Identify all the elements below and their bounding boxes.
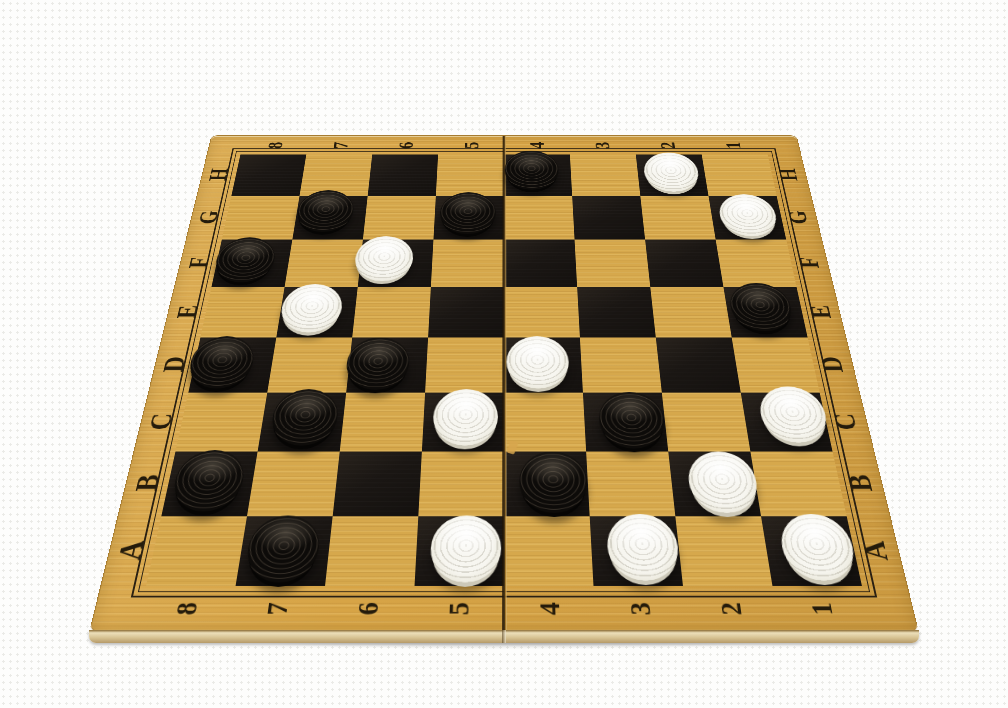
square-g7[interactable] [292,196,367,240]
piece-black-g7[interactable] [294,190,355,232]
file-label-text: C [830,413,863,430]
rank-label-text: 6 [353,602,383,615]
piece-white-a5[interactable] [429,516,501,583]
rank-label-top-8: 8 [240,136,309,155]
square-a5[interactable] [415,516,504,586]
piece-black-d6[interactable] [344,337,411,389]
square-h6[interactable] [368,154,438,195]
square-e8[interactable] [200,287,284,338]
square-e2[interactable] [650,287,731,338]
square-b7[interactable] [247,452,340,516]
square-c7[interactable] [258,392,347,451]
square-a1[interactable] [761,516,862,586]
square-c1[interactable] [741,392,833,451]
file-label-text: F [185,257,213,268]
file-label-text: D [159,357,190,373]
piece-black-c3[interactable] [597,392,667,449]
square-d4[interactable] [504,337,583,392]
fold-seam [502,136,507,631]
square-a8[interactable] [146,516,247,586]
file-label-text: F [795,257,823,268]
rank-label-bottom-3: 3 [593,586,687,631]
square-f8[interactable] [211,240,292,287]
rank-label-bottom-7: 7 [228,586,325,631]
file-label-text: C [145,413,178,430]
square-f5[interactable] [431,240,504,287]
square-f6[interactable] [358,240,434,287]
square-b5[interactable] [418,452,504,516]
square-g2[interactable] [640,196,715,240]
square-e4[interactable] [504,287,580,338]
board-position-wrapper: 87654321 87654321 HGFEDCBA HGFEDCBA [89,0,919,632]
square-c2[interactable] [662,392,751,451]
piece-white-a1[interactable] [776,514,859,581]
piece-white-c5[interactable] [432,389,498,445]
rank-label-text: 5 [461,142,482,149]
piece-white-b2[interactable] [685,451,761,513]
board-side-edge [89,630,919,643]
rank-label-top-1: 1 [699,136,768,155]
square-b3[interactable] [586,452,675,516]
square-c5[interactable] [422,392,504,451]
square-g5[interactable] [433,196,504,240]
rank-label-bottom-4: 4 [504,586,596,631]
rank-label-top-6: 6 [372,136,439,155]
square-f7[interactable] [285,240,363,287]
file-label-text: G [785,210,813,224]
square-d3[interactable] [580,337,662,392]
piece-white-a3[interactable] [605,514,681,581]
piece-white-h2[interactable] [642,152,701,191]
rank-label-text: 3 [625,602,655,615]
square-h2[interactable] [636,154,709,195]
file-label-text: A [858,540,894,560]
rank-label-text: 8 [264,142,286,149]
piece-black-a7[interactable] [243,516,323,583]
piece-black-f8[interactable] [212,237,279,282]
piece-white-f6[interactable] [353,236,415,281]
square-d6[interactable] [346,337,428,392]
square-a4[interactable] [504,516,593,586]
rank-label-text: 7 [330,142,352,149]
square-e6[interactable] [352,287,431,338]
rank-label-text: 5 [444,602,473,615]
square-h5[interactable] [436,154,504,195]
square-e1[interactable] [723,287,807,338]
photo-background: 87654321 87654321 HGFEDCBA HGFEDCBA [0,0,1008,708]
square-b8[interactable] [161,452,257,516]
square-c6[interactable] [340,392,425,451]
piece-black-g5[interactable] [439,192,496,234]
rank-label-text: 6 [395,142,416,149]
square-a2[interactable] [675,516,772,586]
square-h7[interactable] [300,154,373,195]
rank-label-top-7: 7 [306,136,374,155]
square-g6[interactable] [363,196,436,240]
square-a6[interactable] [325,516,418,586]
square-e3[interactable] [577,287,656,338]
square-h4[interactable] [504,154,572,195]
square-d8[interactable] [188,337,276,392]
rank-label-top-3: 3 [569,136,636,155]
square-d5[interactable] [425,337,504,392]
file-label-text: E [806,305,836,318]
file-label-text: H [206,168,233,181]
square-g1[interactable] [708,196,786,240]
file-label-text: A [114,540,150,560]
square-b1[interactable] [750,452,846,516]
rank-label-bottom-5: 5 [412,586,504,631]
rank-label-bottom-6: 6 [320,586,414,631]
square-c8[interactable] [175,392,267,451]
square-g4[interactable] [504,196,575,240]
rank-label-text: 2 [657,142,679,149]
rank-label-text: 1 [806,602,837,615]
rank-label-text: 8 [171,602,202,615]
fold-seam-edge [502,630,506,643]
rank-label-bottom-8: 8 [136,586,235,631]
piece-black-b8[interactable] [169,450,248,511]
rank-label-bottom-2: 2 [683,586,780,631]
square-b4[interactable] [504,452,590,516]
square-h1[interactable] [702,154,777,195]
rank-label-top-5: 5 [438,136,504,155]
rank-label-text: 4 [526,142,547,149]
square-a7[interactable] [236,516,333,586]
file-label-text: H [775,168,802,181]
square-d1[interactable] [732,337,820,392]
piece-black-b4[interactable] [519,451,588,513]
piece-black-h4[interactable] [505,151,560,190]
square-b6[interactable] [333,452,422,516]
square-g8[interactable] [222,196,300,240]
file-label-text: G [195,210,223,224]
square-c3[interactable] [583,392,668,451]
rank-label-bottom-1: 1 [772,586,871,631]
square-b2[interactable] [668,452,761,516]
square-f1[interactable] [716,240,797,287]
square-d2[interactable] [656,337,741,392]
rank-label-text: 3 [592,142,613,149]
square-e5[interactable] [428,287,504,338]
square-f3[interactable] [575,240,651,287]
piece-white-g1[interactable] [716,194,780,236]
rank-label-text: 2 [716,602,746,615]
piece-black-e1[interactable] [727,283,796,331]
rank-label-text: 1 [722,142,744,149]
piece-white-e7[interactable] [278,284,345,332]
square-a3[interactable] [590,516,683,586]
square-e7[interactable] [276,287,357,338]
square-g3[interactable] [572,196,645,240]
piece-black-c7[interactable] [268,389,340,445]
checkers-board: 87654321 87654321 HGFEDCBA HGFEDCBA [89,135,919,632]
file-label-text: D [817,357,848,373]
rank-label-text: 4 [535,602,564,615]
file-label-text: B [130,475,164,492]
rank-label-text: 7 [262,602,292,615]
square-f2[interactable] [645,240,723,287]
file-label-text: E [172,305,202,318]
square-d7[interactable] [267,337,352,392]
file-label-text: B [843,475,877,492]
square-f4[interactable] [504,240,577,287]
square-h8[interactable] [231,154,306,195]
square-h3[interactable] [570,154,640,195]
piece-white-d4[interactable] [506,336,569,388]
